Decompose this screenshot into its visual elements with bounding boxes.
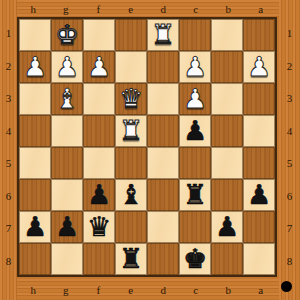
rank-label-right-2: 2 [279, 50, 300, 83]
square-e6[interactable]: ♝ [115, 179, 147, 211]
piece-white-pawn: ♟ [183, 83, 207, 115]
square-b7[interactable]: ♟ [211, 211, 243, 243]
black-to-move-indicator [281, 281, 292, 292]
piece-white-rook: ♜ [151, 19, 175, 51]
square-d6[interactable] [147, 179, 179, 211]
rank-label-right-4: 4 [279, 115, 300, 148]
piece-white-pawn: ♟ [23, 51, 47, 83]
square-b6[interactable] [211, 179, 243, 211]
square-c7[interactable] [179, 211, 211, 243]
square-b3[interactable] [211, 83, 243, 115]
square-h2[interactable]: ♟ [19, 51, 51, 83]
square-c3[interactable]: ♟ [179, 83, 211, 115]
rank-label-left-5: 5 [0, 147, 17, 180]
square-f3[interactable] [83, 83, 115, 115]
file-label-bottom-c: c [180, 279, 213, 300]
rank-label-left-7: 7 [0, 212, 17, 245]
square-h8[interactable] [19, 243, 51, 275]
rank-labels-right: 12345678 [279, 17, 300, 277]
file-label-bottom-a: a [245, 279, 278, 300]
piece-black-king: ♚ [183, 243, 207, 275]
square-f2[interactable]: ♟ [83, 51, 115, 83]
file-labels-top: hgfedcba [17, 0, 277, 17]
square-g4[interactable] [51, 115, 83, 147]
piece-black-pawn: ♟ [23, 211, 47, 243]
piece-black-pawn: ♟ [247, 179, 271, 211]
rank-label-left-8: 8 [0, 245, 17, 278]
piece-white-queen: ♛ [119, 83, 143, 115]
rank-label-right-6: 6 [279, 180, 300, 213]
piece-black-rook: ♜ [119, 243, 143, 275]
piece-white-pawn: ♟ [183, 51, 207, 83]
square-e3[interactable]: ♛ [115, 83, 147, 115]
piece-black-pawn: ♟ [183, 115, 207, 147]
square-g3[interactable]: ♝ [51, 83, 83, 115]
square-e4[interactable]: ♜ [115, 115, 147, 147]
square-d5[interactable] [147, 147, 179, 179]
square-b4[interactable] [211, 115, 243, 147]
file-label-bottom-b: b [212, 279, 245, 300]
square-e2[interactable] [115, 51, 147, 83]
rank-label-left-2: 2 [0, 50, 17, 83]
square-g2[interactable]: ♟ [51, 51, 83, 83]
file-labels-bottom: hgfedcba [17, 279, 277, 300]
square-c5[interactable] [179, 147, 211, 179]
square-g1[interactable]: ♚ [51, 19, 83, 51]
file-label-bottom-d: d [147, 279, 180, 300]
file-label-top-d: d [147, 0, 180, 17]
square-g8[interactable] [51, 243, 83, 275]
piece-white-bishop: ♝ [55, 83, 79, 115]
square-b2[interactable] [211, 51, 243, 83]
square-c6[interactable]: ♜ [179, 179, 211, 211]
square-e1[interactable] [115, 19, 147, 51]
piece-white-pawn: ♟ [55, 51, 79, 83]
square-h1[interactable] [19, 19, 51, 51]
piece-black-queen: ♛ [87, 211, 111, 243]
square-c1[interactable] [179, 19, 211, 51]
square-f6[interactable]: ♟ [83, 179, 115, 211]
square-a2[interactable]: ♟ [243, 51, 275, 83]
square-a5[interactable] [243, 147, 275, 179]
chessboard-frame: hgfedcba hgfedcba 12345678 12345678 ♚♜♟♟… [0, 0, 300, 300]
piece-white-king: ♚ [55, 19, 79, 51]
file-label-bottom-g: g [50, 279, 83, 300]
square-a6[interactable]: ♟ [243, 179, 275, 211]
square-d1[interactable]: ♜ [147, 19, 179, 51]
file-label-bottom-h: h [17, 279, 50, 300]
square-h6[interactable] [19, 179, 51, 211]
square-f1[interactable] [83, 19, 115, 51]
square-f8[interactable] [83, 243, 115, 275]
square-f7[interactable]: ♛ [83, 211, 115, 243]
file-label-bottom-e: e [115, 279, 148, 300]
file-label-top-a: a [245, 0, 278, 17]
square-h7[interactable]: ♟ [19, 211, 51, 243]
file-label-top-g: g [50, 0, 83, 17]
rank-label-left-3: 3 [0, 82, 17, 115]
square-a4[interactable] [243, 115, 275, 147]
square-g6[interactable] [51, 179, 83, 211]
square-b8[interactable] [211, 243, 243, 275]
rank-label-right-7: 7 [279, 212, 300, 245]
rank-labels-left: 12345678 [0, 17, 17, 277]
square-d2[interactable] [147, 51, 179, 83]
square-a7[interactable] [243, 211, 275, 243]
square-h3[interactable] [19, 83, 51, 115]
rank-label-right-3: 3 [279, 82, 300, 115]
square-c8[interactable]: ♚ [179, 243, 211, 275]
square-a3[interactable] [243, 83, 275, 115]
square-b1[interactable] [211, 19, 243, 51]
square-e8[interactable]: ♜ [115, 243, 147, 275]
square-d3[interactable] [147, 83, 179, 115]
square-c2[interactable]: ♟ [179, 51, 211, 83]
piece-black-pawn: ♟ [55, 211, 79, 243]
file-label-top-h: h [17, 0, 50, 17]
piece-white-rook: ♜ [119, 115, 143, 147]
square-h4[interactable] [19, 115, 51, 147]
square-d7[interactable] [147, 211, 179, 243]
file-label-top-c: c [180, 0, 213, 17]
file-label-top-b: b [212, 0, 245, 17]
piece-black-pawn: ♟ [87, 179, 111, 211]
piece-black-rook: ♜ [183, 179, 207, 211]
piece-black-pawn: ♟ [215, 211, 239, 243]
square-d4[interactable] [147, 115, 179, 147]
square-e5[interactable] [115, 147, 147, 179]
rank-label-left-6: 6 [0, 180, 17, 213]
piece-white-pawn: ♟ [247, 51, 271, 83]
square-a1[interactable] [243, 19, 275, 51]
square-g5[interactable] [51, 147, 83, 179]
piece-white-pawn: ♟ [87, 51, 111, 83]
file-label-top-f: f [82, 0, 115, 17]
file-label-top-e: e [115, 0, 148, 17]
square-f4[interactable] [83, 115, 115, 147]
rank-label-left-4: 4 [0, 115, 17, 148]
rank-label-right-8: 8 [279, 245, 300, 278]
file-label-bottom-f: f [82, 279, 115, 300]
square-f5[interactable] [83, 147, 115, 179]
square-d8[interactable] [147, 243, 179, 275]
square-h5[interactable] [19, 147, 51, 179]
square-a8[interactable] [243, 243, 275, 275]
square-b5[interactable] [211, 147, 243, 179]
piece-black-bishop: ♝ [119, 179, 143, 211]
square-c4[interactable]: ♟ [179, 115, 211, 147]
square-g7[interactable]: ♟ [51, 211, 83, 243]
rank-label-right-5: 5 [279, 147, 300, 180]
rank-label-right-1: 1 [279, 17, 300, 50]
board: ♚♜♟♟♟♟♟♝♛♟♜♟♟♝♜♟♟♟♛♟♜♚ [17, 17, 277, 277]
square-e7[interactable] [115, 211, 147, 243]
rank-label-left-1: 1 [0, 17, 17, 50]
